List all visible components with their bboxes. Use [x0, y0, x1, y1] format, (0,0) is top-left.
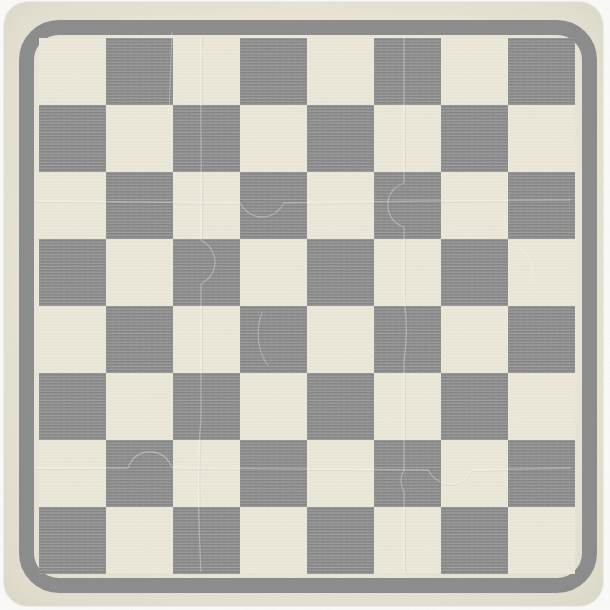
- square-a6[interactable]: [39, 172, 106, 239]
- square-h2[interactable]: [508, 440, 575, 507]
- square-a4[interactable]: [39, 306, 106, 373]
- square-b1[interactable]: [106, 507, 173, 574]
- square-f7[interactable]: [374, 105, 441, 172]
- square-c4[interactable]: [173, 306, 240, 373]
- square-c1[interactable]: [173, 507, 240, 574]
- square-d2[interactable]: [240, 440, 307, 507]
- square-h7[interactable]: [508, 105, 575, 172]
- square-g8[interactable]: [441, 38, 508, 105]
- square-c8[interactable]: [173, 38, 240, 105]
- square-e3[interactable]: [307, 373, 374, 440]
- checkerboard-grid: [39, 38, 575, 574]
- square-e5[interactable]: [307, 239, 374, 306]
- square-b7[interactable]: [106, 105, 173, 172]
- square-c7[interactable]: [173, 105, 240, 172]
- square-g5[interactable]: [441, 239, 508, 306]
- square-a3[interactable]: [39, 373, 106, 440]
- square-d8[interactable]: [240, 38, 307, 105]
- square-h3[interactable]: [508, 373, 575, 440]
- square-f2[interactable]: [374, 440, 441, 507]
- square-f8[interactable]: [374, 38, 441, 105]
- square-h4[interactable]: [508, 306, 575, 373]
- square-d5[interactable]: [240, 239, 307, 306]
- square-g4[interactable]: [441, 306, 508, 373]
- square-b4[interactable]: [106, 306, 173, 373]
- square-f5[interactable]: [374, 239, 441, 306]
- square-c3[interactable]: [173, 373, 240, 440]
- square-f3[interactable]: [374, 373, 441, 440]
- square-h6[interactable]: [508, 172, 575, 239]
- square-d6[interactable]: [240, 172, 307, 239]
- square-a8[interactable]: [39, 38, 106, 105]
- square-g2[interactable]: [441, 440, 508, 507]
- square-f1[interactable]: [374, 507, 441, 574]
- board-card: [4, 2, 603, 606]
- square-e1[interactable]: [307, 507, 374, 574]
- square-e2[interactable]: [307, 440, 374, 507]
- square-g3[interactable]: [441, 373, 508, 440]
- square-e6[interactable]: [307, 172, 374, 239]
- square-h1[interactable]: [508, 507, 575, 574]
- square-e7[interactable]: [307, 105, 374, 172]
- square-b8[interactable]: [106, 38, 173, 105]
- square-b6[interactable]: [106, 172, 173, 239]
- square-h5[interactable]: [508, 239, 575, 306]
- square-g6[interactable]: [441, 172, 508, 239]
- square-h8[interactable]: [508, 38, 575, 105]
- square-e4[interactable]: [307, 306, 374, 373]
- square-f4[interactable]: [374, 306, 441, 373]
- square-g1[interactable]: [441, 507, 508, 574]
- square-d7[interactable]: [240, 105, 307, 172]
- square-b5[interactable]: [106, 239, 173, 306]
- square-c6[interactable]: [173, 172, 240, 239]
- square-a7[interactable]: [39, 105, 106, 172]
- square-d3[interactable]: [240, 373, 307, 440]
- square-a2[interactable]: [39, 440, 106, 507]
- square-a1[interactable]: [39, 507, 106, 574]
- square-g7[interactable]: [441, 105, 508, 172]
- square-f6[interactable]: [374, 172, 441, 239]
- square-d4[interactable]: [240, 306, 307, 373]
- square-c2[interactable]: [173, 440, 240, 507]
- square-e8[interactable]: [307, 38, 374, 105]
- square-b3[interactable]: [106, 373, 173, 440]
- photo-background: [0, 0, 610, 610]
- square-d1[interactable]: [240, 507, 307, 574]
- square-c5[interactable]: [173, 239, 240, 306]
- square-a5[interactable]: [39, 239, 106, 306]
- square-b2[interactable]: [106, 440, 173, 507]
